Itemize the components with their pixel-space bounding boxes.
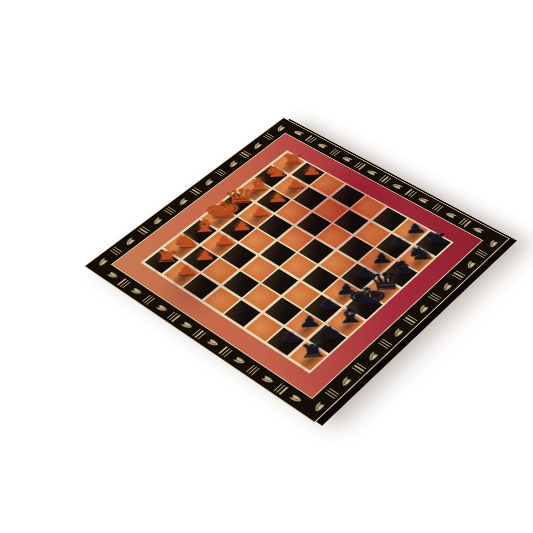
line-group-motif xyxy=(192,329,206,340)
square-h7[interactable]: ♟ xyxy=(267,327,305,355)
line-group-motif xyxy=(239,150,251,158)
bird-motif-icon xyxy=(94,256,110,268)
square-g5[interactable] xyxy=(243,284,279,311)
camera-tilt-wrapper: ♜♞♝♚♛♝♞♜♟♟♟♟♟♟♟♟♟♟♟♟♟♟♟♟♜♞♝♚♛♝♞♜ xyxy=(0,0,533,533)
piece-shadow xyxy=(294,347,327,374)
line-group-motif xyxy=(379,175,391,184)
bird-motif-icon xyxy=(337,374,355,388)
bird-motif-icon xyxy=(204,336,221,349)
line-group-motif xyxy=(110,247,123,256)
square-c8[interactable]: ♝ xyxy=(381,261,417,287)
product-photo-stage: ♜♞♝♚♛♝♞♜♟♟♟♟♟♟♟♟♟♟♟♟♟♟♟♟♜♞♝♚♛♝♞♜ xyxy=(0,0,533,533)
line-group-motif xyxy=(329,148,341,156)
bird-motif-icon xyxy=(485,237,501,249)
orange-pawn-d2[interactable]: ♟ xyxy=(249,205,272,218)
square-h3[interactable] xyxy=(183,274,219,300)
square-h5[interactable] xyxy=(224,300,261,327)
square-g8[interactable]: ♞ xyxy=(308,325,346,353)
square-f4[interactable] xyxy=(242,256,278,281)
bird-motif-icon xyxy=(153,302,170,314)
square-f5[interactable] xyxy=(262,269,298,295)
orange-pawn-b2[interactable]: ♟ xyxy=(284,178,307,191)
bird-motif-icon xyxy=(390,181,406,191)
orange-pawn-e2[interactable]: ♟ xyxy=(231,219,254,233)
line-group-motif xyxy=(458,218,471,227)
line-group-motif xyxy=(428,292,442,302)
orange-pawn-c2[interactable]: ♟ xyxy=(267,191,290,204)
piece-shadow xyxy=(314,331,346,357)
line-group-motif xyxy=(164,206,177,215)
black-rook-h8[interactable]: ♜ xyxy=(298,342,328,361)
line-group-motif xyxy=(219,346,233,357)
square-d7[interactable]: ♟ xyxy=(341,264,377,290)
square-f8[interactable]: ♝ xyxy=(327,308,364,336)
bird-motif-icon xyxy=(258,373,276,387)
piece-shadow xyxy=(329,284,360,308)
chess-board: ♜♞♝♚♛♝♞♜♟♟♟♟♟♟♟♟♟♟♟♟♟♟♟♟♜♞♝♚♛♝♞♜ xyxy=(84,117,510,423)
bird-motif-icon xyxy=(292,128,307,137)
piece-shadow xyxy=(332,314,364,339)
bird-motif-icon xyxy=(273,123,288,133)
square-g7[interactable]: ♟ xyxy=(286,311,323,339)
line-group-motif xyxy=(354,161,366,169)
piece-shadow xyxy=(310,300,342,325)
black-bishop-f8[interactable]: ♝ xyxy=(332,305,368,327)
bird-motif-icon xyxy=(364,349,381,363)
black-pawn-f7[interactable]: ♟ xyxy=(315,297,341,312)
piece-shadow xyxy=(291,317,323,342)
line-group-motif xyxy=(167,311,181,321)
line-group-motif xyxy=(378,338,393,349)
line-group-motif xyxy=(214,169,227,177)
bird-motif-icon xyxy=(104,270,120,282)
square-h2[interactable]: ♟ xyxy=(163,261,199,287)
bird-motif-icon xyxy=(175,196,191,207)
bird-motif-icon xyxy=(443,210,459,221)
bird-motif-icon xyxy=(286,392,304,406)
square-h1[interactable]: ♜ xyxy=(144,249,179,274)
piece-shadow xyxy=(168,266,200,289)
bird-motif-icon xyxy=(389,325,406,338)
square-f6[interactable] xyxy=(283,282,319,309)
square-h4[interactable] xyxy=(203,287,239,314)
square-g4[interactable] xyxy=(223,271,259,297)
line-group-motif xyxy=(246,364,260,375)
line-group-motif xyxy=(142,295,156,305)
line-group-motif xyxy=(352,363,367,374)
line-group-motif xyxy=(189,187,202,195)
square-e5[interactable] xyxy=(281,254,317,279)
square-e8[interactable]: ♚ xyxy=(345,292,382,319)
black-pawn-g7[interactable]: ♟ xyxy=(297,313,323,329)
line-group-motif xyxy=(305,135,317,143)
line-group-motif xyxy=(431,203,444,212)
board-margin: ♜♞♝♚♛♝♞♜♟♟♟♟♟♟♟♟♟♟♟♟♟♟♟♟♜♞♝♚♛♝♞♜ xyxy=(111,133,483,399)
orange-pawn-h2[interactable]: ♟ xyxy=(174,263,198,278)
line-group-motif xyxy=(405,189,417,198)
bird-motif-icon xyxy=(315,141,330,151)
bird-motif-icon xyxy=(462,258,478,270)
line-group-motif xyxy=(263,133,275,141)
square-f7[interactable]: ♟ xyxy=(305,295,342,322)
black-king-e8[interactable]: ♚ xyxy=(345,283,392,310)
piece-shadow xyxy=(369,282,400,306)
bird-motif-icon xyxy=(471,224,487,235)
square-g3[interactable] xyxy=(203,259,239,285)
line-group-motif xyxy=(137,226,150,235)
black-pawn-h7[interactable]: ♟ xyxy=(278,330,304,346)
perspective-scene: ♜♞♝♚♛♝♞♜♟♟♟♟♟♟♟♟♟♟♟♟♟♟♟♟♜♞♝♚♛♝♞♜ xyxy=(0,0,533,533)
square-h8[interactable]: ♜ xyxy=(289,342,327,371)
square-e6[interactable] xyxy=(302,266,338,292)
bird-motif-icon xyxy=(340,154,355,164)
bird-motif-icon xyxy=(178,319,195,332)
bird-motif-icon xyxy=(230,354,248,367)
square-d6[interactable] xyxy=(320,251,356,276)
square-g6[interactable] xyxy=(265,297,302,324)
line-group-motif xyxy=(474,249,488,258)
line-group-motif xyxy=(403,315,417,325)
line-group-motif xyxy=(117,278,131,288)
bird-motif-icon xyxy=(128,286,145,298)
bird-motif-icon xyxy=(416,195,432,206)
bird-motif-icon xyxy=(414,302,431,315)
orange-pawn-g2[interactable]: ♟ xyxy=(194,248,217,262)
piece-shadow xyxy=(351,298,382,323)
piece-shadow xyxy=(272,333,305,359)
line-group-motif xyxy=(273,383,288,395)
orange-pawn-a2[interactable]: ♟ xyxy=(301,165,324,178)
black-knight-g8[interactable]: ♞ xyxy=(315,322,349,343)
bird-motif-icon xyxy=(365,167,380,177)
square-h6[interactable] xyxy=(245,314,282,342)
line-group-motif xyxy=(451,270,465,280)
orange-pawn-f2[interactable]: ♟ xyxy=(213,234,236,248)
bird-motif-icon xyxy=(309,399,327,414)
bird-motif-icon xyxy=(438,280,454,292)
line-group-motif xyxy=(325,388,340,399)
